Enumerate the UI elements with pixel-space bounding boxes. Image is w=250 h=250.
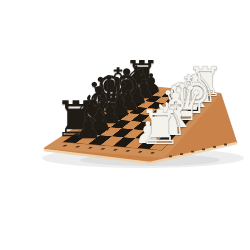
front-border-tick [113,149,118,151]
chess-set-product-photo: ♜♞♝♛♚♝♞♜♟♟♟♟♟♟♟♟♟♟♟♟♟♟♟♟♜♞♝♛♚♝♞♜ [0,0,250,250]
front-border-tick [62,145,68,147]
front-border-tick [125,150,130,152]
front-border-tick [75,146,81,148]
front-border-tick [100,148,105,150]
front-border-tick [138,151,143,153]
front-border-tick [150,152,155,154]
front-border-tick [88,147,93,149]
